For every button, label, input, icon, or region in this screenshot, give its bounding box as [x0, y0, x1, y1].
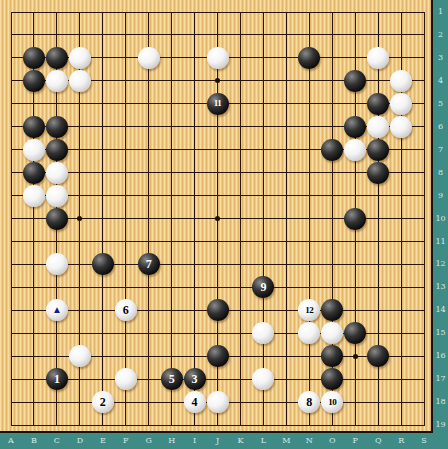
grid-line-horizontal: [11, 425, 425, 426]
stone-white-d16: [69, 345, 91, 367]
grid-line-vertical: [424, 12, 425, 426]
stone-white-b7: [23, 139, 45, 161]
column-label-n: N: [301, 436, 317, 446]
go-diagram: 1179▲61215324810 ABCDEFGHIJKLMNOPQRS 123…: [0, 0, 448, 449]
stone-white-l15: [252, 322, 274, 344]
stone-black-b4: [23, 70, 45, 92]
grid-line-horizontal: [11, 379, 425, 380]
stone-white-n14: 12: [298, 299, 320, 321]
row-label-18: 18: [434, 397, 447, 407]
stone-black-c6: [46, 116, 68, 138]
column-label-f: F: [118, 436, 134, 446]
stone-white-f14: 6: [115, 299, 137, 321]
row-label-19: 19: [434, 420, 447, 430]
row-label-11: 11: [434, 237, 447, 247]
stone-white-g3: [138, 47, 160, 69]
triangle-marker: ▲: [52, 305, 62, 315]
column-label-q: Q: [370, 436, 386, 446]
stone-white-d3: [69, 47, 91, 69]
row-label-8: 8: [434, 168, 447, 178]
column-label-k: K: [233, 436, 249, 446]
stone-black-p15: [344, 322, 366, 344]
row-label-13: 13: [434, 282, 447, 292]
stone-black-c10: [46, 208, 68, 230]
stone-white-n15: [298, 322, 320, 344]
grid-line-horizontal: [11, 241, 425, 242]
stone-white-j18: [207, 391, 229, 413]
column-label-d: D: [72, 436, 88, 446]
move-number-label: 6: [123, 304, 129, 316]
stone-black-b3: [23, 47, 45, 69]
stone-white-j3: [207, 47, 229, 69]
stone-white-c14: ▲: [46, 299, 68, 321]
row-label-5: 5: [434, 99, 447, 109]
row-label-3: 3: [434, 53, 447, 63]
move-number-label: 8: [306, 396, 312, 408]
go-board[interactable]: 1179▲61215324810: [0, 0, 433, 433]
grid-line-horizontal: [11, 287, 425, 288]
stone-white-n18: 8: [298, 391, 320, 413]
stone-black-c3: [46, 47, 68, 69]
stone-black-q7: [367, 139, 389, 161]
row-label-6: 6: [434, 122, 447, 132]
stone-black-o16: [321, 345, 343, 367]
grid-line-vertical: [263, 12, 264, 426]
column-label-l: L: [255, 436, 271, 446]
stone-black-p6: [344, 116, 366, 138]
stone-white-c12: [46, 253, 68, 275]
star-point: [215, 78, 220, 83]
row-label-7: 7: [434, 145, 447, 155]
stone-black-i17: 3: [184, 368, 206, 390]
move-number-label: 10: [328, 398, 336, 407]
stone-white-c8: [46, 162, 68, 184]
stone-white-r6: [390, 116, 412, 138]
stone-black-b8: [23, 162, 45, 184]
stone-black-c7: [46, 139, 68, 161]
move-number-label: 7: [146, 258, 152, 270]
stone-white-f17: [115, 368, 137, 390]
move-number-label: 3: [192, 373, 198, 385]
star-point: [77, 216, 82, 221]
move-number-label: 2: [100, 396, 106, 408]
star-point: [215, 216, 220, 221]
move-number-label: 11: [214, 99, 222, 108]
stone-black-p4: [344, 70, 366, 92]
star-point: [353, 354, 358, 359]
move-number-label: 12: [305, 306, 313, 315]
stone-black-j14: [207, 299, 229, 321]
column-label-s: S: [416, 436, 432, 446]
column-label-a: A: [3, 436, 19, 446]
stone-black-b6: [23, 116, 45, 138]
stone-white-c9: [46, 185, 68, 207]
stone-black-q8: [367, 162, 389, 184]
row-label-10: 10: [434, 214, 447, 224]
move-number-label: 1: [54, 373, 60, 385]
column-label-i: I: [187, 436, 203, 446]
grid-line-vertical: [309, 12, 310, 426]
row-label-15: 15: [434, 328, 447, 338]
stone-white-r4: [390, 70, 412, 92]
stone-black-n3: [298, 47, 320, 69]
column-label-b: B: [26, 436, 42, 446]
row-label-1: 1: [434, 7, 447, 17]
stone-white-d4: [69, 70, 91, 92]
row-label-12: 12: [434, 259, 447, 269]
stone-black-l13: 9: [252, 276, 274, 298]
grid-line-vertical: [240, 12, 241, 426]
row-label-17: 17: [434, 374, 447, 384]
stone-white-l17: [252, 368, 274, 390]
stone-white-q6: [367, 116, 389, 138]
stone-black-p10: [344, 208, 366, 230]
stone-black-q16: [367, 345, 389, 367]
stone-black-c17: 1: [46, 368, 68, 390]
stone-white-c4: [46, 70, 68, 92]
row-label-9: 9: [434, 191, 447, 201]
stone-black-o17: [321, 368, 343, 390]
column-label-h: H: [164, 436, 180, 446]
stone-black-h17: 5: [161, 368, 183, 390]
grid-line-vertical: [286, 12, 287, 426]
row-label-16: 16: [434, 351, 447, 361]
move-number-label: 5: [169, 373, 175, 385]
stone-white-i18: 4: [184, 391, 206, 413]
column-label-r: R: [393, 436, 409, 446]
stone-white-r5: [390, 93, 412, 115]
row-label-2: 2: [434, 30, 447, 40]
stone-white-b9: [23, 185, 45, 207]
move-number-label: 9: [260, 281, 266, 293]
stone-black-o14: [321, 299, 343, 321]
stone-black-j5: 11: [207, 93, 229, 115]
row-label-4: 4: [434, 76, 447, 86]
stone-white-o15: [321, 322, 343, 344]
row-label-14: 14: [434, 305, 447, 315]
column-label-c: C: [49, 436, 65, 446]
stone-black-e12: [92, 253, 114, 275]
stone-white-e18: 2: [92, 391, 114, 413]
column-label-m: M: [278, 436, 294, 446]
grid-line-horizontal: [11, 264, 425, 265]
column-label-p: P: [347, 436, 363, 446]
stone-white-o18: 10: [321, 391, 343, 413]
stone-white-p7: [344, 139, 366, 161]
stone-black-j16: [207, 345, 229, 367]
move-number-label: 4: [192, 396, 198, 408]
stone-black-o7: [321, 139, 343, 161]
stone-black-g12: 7: [138, 253, 160, 275]
stone-white-q3: [367, 47, 389, 69]
stone-black-q5: [367, 93, 389, 115]
column-label-o: O: [324, 436, 340, 446]
column-label-e: E: [95, 436, 111, 446]
column-label-j: J: [210, 436, 226, 446]
column-label-g: G: [141, 436, 157, 446]
